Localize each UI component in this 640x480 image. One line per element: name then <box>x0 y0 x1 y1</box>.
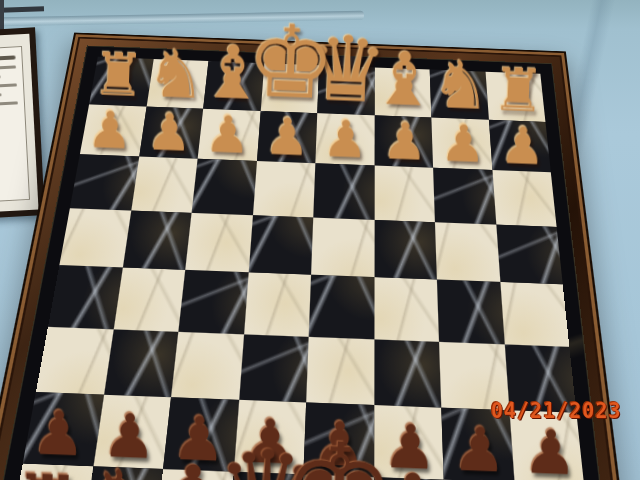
piece-white-king[interactable]: ♚ <box>244 16 337 111</box>
square[interactable] <box>113 267 185 331</box>
piece-white-rook[interactable]: ♜ <box>91 48 146 104</box>
piece-white-knight[interactable]: ♞ <box>145 43 206 106</box>
square[interactable] <box>122 210 191 270</box>
square[interactable] <box>48 265 122 329</box>
square[interactable]: ♟ <box>256 111 317 164</box>
square[interactable]: ♟ <box>488 119 550 172</box>
square[interactable]: ♝ <box>373 476 446 480</box>
square[interactable] <box>374 277 439 341</box>
piece-white-pawn[interactable]: ♟ <box>322 114 369 162</box>
square[interactable] <box>311 217 374 277</box>
square[interactable] <box>437 279 504 343</box>
piece-black-knight[interactable]: ♞ <box>445 476 524 480</box>
square[interactable] <box>103 329 178 398</box>
square[interactable] <box>496 224 563 284</box>
piece-white-pawn[interactable]: ♟ <box>499 121 546 169</box>
square[interactable] <box>36 326 113 394</box>
square[interactable] <box>178 270 248 334</box>
piece-black-knight[interactable]: ♞ <box>80 462 159 480</box>
piece-white-pawn[interactable]: ♟ <box>440 119 487 167</box>
square[interactable] <box>435 222 500 282</box>
square[interactable]: ♜ <box>485 72 545 122</box>
square[interactable]: ♟ <box>139 106 203 159</box>
square[interactable] <box>59 208 130 268</box>
piece-white-bishop[interactable]: ♝ <box>370 45 438 115</box>
square[interactable]: ♞ <box>430 70 489 120</box>
square[interactable] <box>131 156 198 212</box>
piece-black-rook[interactable]: ♜ <box>12 468 82 480</box>
certificate-paper <box>0 46 30 204</box>
square[interactable]: ♟ <box>80 104 146 156</box>
square[interactable] <box>313 163 374 219</box>
square[interactable]: ♟ <box>315 113 374 166</box>
piece-white-pawn[interactable]: ♟ <box>204 110 251 158</box>
square[interactable] <box>171 331 244 400</box>
certificate-text-line <box>0 65 16 71</box>
square[interactable] <box>309 275 374 339</box>
square[interactable] <box>306 336 374 405</box>
certificate-text-line <box>0 101 18 107</box>
square[interactable] <box>500 282 570 346</box>
square[interactable] <box>374 165 435 221</box>
framed-certificate <box>0 27 45 220</box>
square[interactable] <box>244 272 312 336</box>
square[interactable] <box>433 168 496 224</box>
certificate-text-line <box>0 93 1 98</box>
square[interactable]: ♚ <box>300 474 373 480</box>
square[interactable] <box>252 161 315 217</box>
square[interactable]: ♝ <box>155 468 234 480</box>
square[interactable]: ♟ <box>198 108 261 161</box>
square[interactable] <box>374 219 437 279</box>
piece-white-rook[interactable]: ♜ <box>491 63 546 119</box>
chess-photo: ♜♞♝♚♛♝♞♜♟♟♟♟♟♟♟♟♟♟♟♟♟♟♟♟♜♞♝♛♚♝♞♜ 04/21/2… <box>0 0 640 480</box>
square[interactable] <box>492 170 557 226</box>
square[interactable] <box>239 334 309 403</box>
square[interactable] <box>192 159 257 215</box>
square[interactable]: ♟ <box>374 115 433 168</box>
square[interactable]: ♟ <box>431 117 492 170</box>
square[interactable]: ♜ <box>9 463 93 480</box>
piece-black-pawn[interactable]: ♟ <box>31 405 87 463</box>
piece-black-bishop[interactable]: ♝ <box>149 456 236 480</box>
square[interactable] <box>185 212 252 272</box>
certificate-matte <box>0 34 39 215</box>
piece-black-bishop[interactable]: ♝ <box>368 464 455 480</box>
certificate-text-line <box>0 55 16 62</box>
piece-white-knight[interactable]: ♞ <box>430 54 491 117</box>
certificate-text-line <box>0 83 17 89</box>
camera-date-stamp: 04/21/2023 <box>491 397 622 422</box>
piece-white-pawn[interactable]: ♟ <box>263 112 310 160</box>
square[interactable] <box>374 339 442 408</box>
piece-white-pawn[interactable]: ♟ <box>381 116 428 164</box>
shelf-edge <box>0 6 44 13</box>
square[interactable] <box>248 215 313 275</box>
square[interactable] <box>70 154 139 210</box>
piece-black-pawn[interactable]: ♟ <box>522 423 578 480</box>
piece-white-pawn[interactable]: ♟ <box>145 107 192 155</box>
piece-white-pawn[interactable]: ♟ <box>87 105 134 153</box>
